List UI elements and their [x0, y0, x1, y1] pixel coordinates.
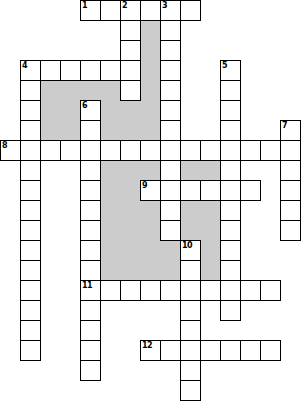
crossword-cell[interactable] — [140, 280, 161, 301]
shaded-region — [121, 201, 141, 221]
shaded-region — [141, 61, 161, 81]
crossword-cell[interactable] — [180, 180, 201, 201]
shaded-region — [121, 161, 141, 181]
crossword-cell[interactable] — [100, 0, 121, 21]
crossword-cell[interactable] — [20, 140, 41, 161]
crossword-cell[interactable] — [240, 140, 261, 161]
crossword-cell[interactable] — [20, 340, 41, 361]
crossword-cell[interactable] — [180, 140, 201, 161]
crossword-cell[interactable] — [40, 140, 61, 161]
crossword-cell[interactable] — [220, 300, 241, 321]
crossword-cell[interactable] — [160, 120, 181, 141]
shaded-region — [121, 241, 141, 261]
clue-number: 4 — [22, 61, 27, 70]
crossword-cell[interactable] — [100, 140, 121, 161]
crossword-cell[interactable] — [80, 360, 101, 381]
clue-number: 2 — [122, 1, 127, 10]
crossword-cell[interactable] — [80, 200, 101, 221]
crossword-cell[interactable] — [220, 340, 241, 361]
crossword-cell[interactable] — [80, 120, 101, 141]
crossword-grid: 123456789101112 — [0, 0, 301, 401]
crossword-cell[interactable] — [200, 280, 221, 301]
crossword-cell[interactable] — [80, 340, 101, 361]
crossword-cell[interactable] — [280, 220, 301, 241]
crossword-cell[interactable] — [280, 160, 301, 181]
crossword-cell[interactable] — [80, 320, 101, 341]
crossword-cell[interactable] — [20, 280, 41, 301]
crossword-cell[interactable] — [20, 300, 41, 321]
crossword-cell[interactable] — [240, 340, 261, 361]
crossword-cell[interactable] — [80, 240, 101, 261]
crossword-cell[interactable] — [20, 180, 41, 201]
shaded-region — [141, 201, 161, 221]
crossword-cell[interactable] — [200, 140, 221, 161]
crossword-cell[interactable] — [160, 340, 181, 361]
crossword-cell[interactable] — [120, 40, 141, 61]
shaded-region — [101, 161, 121, 181]
clue-number: 11 — [82, 281, 92, 290]
crossword-cell[interactable] — [180, 380, 201, 401]
crossword-cell[interactable] — [180, 280, 201, 301]
shaded-region — [161, 241, 181, 261]
clue-number: 9 — [142, 181, 147, 190]
shaded-region — [101, 221, 121, 241]
crossword-cell[interactable] — [160, 160, 181, 181]
shaded-region — [201, 201, 221, 221]
crossword-cell[interactable] — [180, 320, 201, 341]
crossword-cell[interactable] — [20, 260, 41, 281]
crossword-cell[interactable]: 11 — [80, 280, 101, 301]
shaded-region — [141, 41, 161, 61]
shaded-region — [121, 261, 141, 281]
crossword-cell[interactable] — [40, 60, 61, 81]
crossword-cell[interactable] — [260, 280, 281, 301]
crossword-cell[interactable] — [20, 120, 41, 141]
crossword-cell[interactable] — [240, 280, 261, 301]
crossword-cell[interactable] — [200, 180, 221, 201]
crossword-cell[interactable]: 5 — [220, 60, 241, 81]
shaded-region — [41, 81, 61, 101]
clue-number: 3 — [162, 1, 167, 10]
shaded-region — [101, 121, 121, 141]
crossword-cell[interactable] — [260, 140, 281, 161]
crossword-cell[interactable]: 9 — [140, 180, 161, 201]
crossword-cell[interactable] — [280, 180, 301, 201]
shaded-region — [41, 101, 61, 121]
crossword-cell[interactable]: 2 — [120, 0, 141, 21]
crossword-cell[interactable] — [200, 340, 221, 361]
shaded-region — [201, 241, 221, 261]
crossword-cell[interactable] — [120, 80, 141, 101]
crossword-cell[interactable] — [240, 180, 261, 201]
crossword-cell[interactable] — [100, 60, 121, 81]
crossword-cell[interactable]: 6 — [80, 100, 101, 121]
shaded-region — [201, 161, 221, 181]
crossword-cell[interactable] — [80, 160, 101, 181]
crossword-cell[interactable] — [140, 140, 161, 161]
shaded-region — [101, 201, 121, 221]
shaded-region — [141, 241, 161, 261]
clue-number: 6 — [82, 101, 87, 110]
clue-number: 12 — [142, 341, 152, 350]
crossword-cell[interactable]: 1 — [80, 0, 101, 21]
crossword-cell[interactable] — [160, 200, 181, 221]
crossword-cell[interactable] — [180, 340, 201, 361]
crossword-cell[interactable] — [20, 240, 41, 261]
crossword-cell[interactable] — [80, 180, 101, 201]
crossword-cell[interactable] — [20, 80, 41, 101]
crossword-cell[interactable] — [160, 180, 181, 201]
shaded-region — [121, 101, 141, 121]
crossword-cell[interactable] — [120, 280, 141, 301]
shaded-region — [201, 221, 221, 241]
crossword-cell[interactable] — [80, 220, 101, 241]
shaded-region — [141, 21, 161, 41]
shaded-region — [121, 121, 141, 141]
clue-number: 8 — [2, 141, 7, 150]
crossword-cell[interactable]: 8 — [0, 140, 21, 161]
crossword-cell[interactable] — [160, 20, 181, 41]
crossword-cell[interactable] — [220, 120, 241, 141]
crossword-cell[interactable] — [140, 0, 161, 21]
crossword-cell[interactable] — [180, 360, 201, 381]
crossword-cell[interactable]: 12 — [140, 340, 161, 361]
shaded-region — [101, 81, 121, 101]
crossword-cell[interactable] — [120, 20, 141, 41]
crossword-cell[interactable] — [120, 140, 141, 161]
crossword-cell[interactable]: 4 — [20, 60, 41, 81]
crossword-cell[interactable] — [260, 340, 281, 361]
crossword-cell[interactable] — [220, 140, 241, 161]
shaded-region — [141, 261, 161, 281]
shaded-region — [181, 161, 201, 181]
shaded-region — [141, 81, 161, 101]
shaded-region — [141, 161, 161, 181]
shaded-region — [141, 121, 161, 141]
clue-number: 10 — [182, 241, 192, 250]
crossword-cell[interactable] — [220, 220, 241, 241]
crossword-cell[interactable] — [220, 160, 241, 181]
crossword-cell[interactable] — [220, 200, 241, 221]
crossword-cell[interactable] — [160, 40, 181, 61]
clue-number: 7 — [282, 121, 287, 130]
crossword-cell[interactable] — [20, 220, 41, 241]
crossword-cell[interactable] — [20, 200, 41, 221]
crossword-cell[interactable] — [220, 240, 241, 261]
crossword-cell[interactable] — [60, 140, 81, 161]
crossword-cell[interactable]: 7 — [280, 120, 301, 141]
shaded-region — [181, 201, 201, 221]
shaded-region — [181, 221, 201, 241]
shaded-region — [41, 121, 61, 141]
crossword-cell[interactable] — [20, 320, 41, 341]
crossword-cell[interactable] — [160, 80, 181, 101]
clue-number: 5 — [222, 61, 227, 70]
shaded-region — [101, 181, 121, 201]
shaded-region — [101, 241, 121, 261]
crossword-cell[interactable]: 3 — [160, 0, 181, 21]
crossword-cell[interactable] — [160, 100, 181, 121]
crossword-cell[interactable] — [160, 280, 181, 301]
crossword-cell[interactable]: 10 — [180, 240, 201, 261]
shaded-region — [61, 81, 81, 101]
crossword-cell[interactable] — [220, 260, 241, 281]
crossword-cell[interactable] — [280, 140, 301, 161]
crossword-cell[interactable] — [180, 300, 201, 321]
shaded-region — [81, 81, 101, 101]
crossword-cell[interactable] — [280, 200, 301, 221]
shaded-region — [141, 221, 161, 241]
crossword-cell[interactable] — [180, 260, 201, 281]
shaded-region — [101, 101, 121, 121]
crossword-cell[interactable] — [120, 60, 141, 81]
crossword-cell[interactable] — [80, 60, 101, 81]
crossword-cell[interactable] — [80, 300, 101, 321]
crossword-cell[interactable] — [20, 100, 41, 121]
crossword-cell[interactable] — [60, 60, 81, 81]
crossword-cell[interactable] — [180, 0, 201, 21]
shaded-region — [201, 261, 221, 281]
crossword-cell[interactable] — [100, 280, 121, 301]
crossword-cell[interactable] — [220, 180, 241, 201]
crossword-cell[interactable] — [20, 160, 41, 181]
shaded-region — [121, 181, 141, 201]
crossword-cell[interactable] — [80, 260, 101, 281]
clue-number: 1 — [82, 1, 87, 10]
shaded-region — [61, 101, 81, 121]
shaded-region — [141, 101, 161, 121]
crossword-cell[interactable] — [220, 100, 241, 121]
crossword-cell[interactable] — [80, 140, 101, 161]
crossword-cell[interactable] — [220, 80, 241, 101]
shaded-region — [61, 121, 81, 141]
shaded-region — [121, 221, 141, 241]
crossword-cell[interactable] — [220, 280, 241, 301]
crossword-cell[interactable] — [160, 140, 181, 161]
crossword-cell[interactable] — [160, 60, 181, 81]
shaded-region — [161, 261, 181, 281]
shaded-region — [101, 261, 121, 281]
crossword-cell[interactable] — [160, 220, 181, 241]
